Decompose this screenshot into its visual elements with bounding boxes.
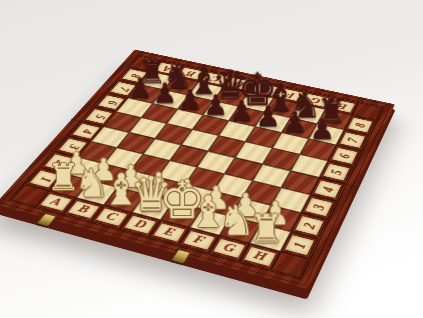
piece-black-pawn[interactable]: ♟ [254, 103, 282, 131]
file-label: H [252, 250, 269, 263]
file-label: B [76, 204, 92, 215]
rank-label: 8 [353, 122, 368, 128]
coordinate-plaque: 5 [86, 109, 112, 123]
rank-label: 7 [345, 137, 360, 144]
coordinate-plaque: C [96, 208, 127, 226]
file-label: D [132, 219, 149, 231]
brass-clasp-right-icon [171, 249, 191, 264]
file-label: G [221, 242, 237, 255]
coordinate-plaque: D [125, 216, 156, 234]
coordinate-plaque: 1 [285, 235, 314, 255]
rank-label: 5 [92, 113, 107, 119]
coordinate-plaque: 5 [323, 164, 349, 181]
coordinate-plaque: H [244, 247, 276, 266]
coordinate-plaque: 7 [340, 132, 365, 147]
file-label: F [191, 234, 207, 246]
piece-white-bishop[interactable]: ♝ [188, 189, 220, 233]
rank-label: 5 [329, 168, 345, 175]
file-label: C [104, 211, 120, 222]
piece-white-king[interactable]: ♚ [159, 174, 191, 225]
photo-backdrop: { "game": "chess", "scene": "Folding woo… [0, 0, 423, 318]
piece-white-rook[interactable]: ♜ [47, 159, 78, 196]
coordinate-plaque: 4 [315, 180, 342, 197]
rank-label: 3 [311, 203, 328, 211]
piece-black-pawn[interactable]: ♟ [281, 109, 309, 137]
file-label: A [48, 197, 64, 208]
piece-black-pawn[interactable]: ♟ [151, 80, 178, 107]
square-h4[interactable] [281, 171, 319, 195]
piece-white-queen[interactable]: ♛ [130, 172, 161, 219]
coordinate-plaque: 8 [348, 118, 372, 133]
rank-label-cell: 6 [94, 93, 128, 112]
rank-label: 4 [79, 128, 94, 135]
rank-label: 6 [337, 152, 353, 159]
piece-black-pawn[interactable]: ♟ [127, 75, 154, 102]
rank-label: 1 [291, 241, 308, 250]
piece-white-bishop[interactable]: ♝ [102, 168, 133, 211]
piece-black-pawn[interactable]: ♟ [202, 91, 230, 119]
coordinate-plaque: F [183, 231, 214, 250]
piece-black-pawn[interactable]: ♟ [308, 115, 337, 144]
coordinate-plaque: 3 [305, 198, 332, 216]
piece-black-pawn[interactable]: ♟ [176, 86, 204, 114]
rank-label: 6 [104, 99, 119, 105]
coordinate-plaque: G [214, 239, 245, 258]
piece-black-pawn[interactable]: ♟ [228, 97, 256, 125]
rank-label: 4 [320, 185, 336, 193]
file-label: E [162, 226, 178, 238]
board-grid: ABCDEFGH8♜♞♝♛♚♝♞♜87♟♟♟♟♟♟♟♟7665544332♟♟♟… [11, 56, 382, 278]
board-tilt-wrapper: ABCDEFGH8♜♞♝♛♚♝♞♜87♟♟♟♟♟♟♟♟7665544332♟♟♟… [0, 50, 395, 290]
coordinate-plaque: 2 [295, 216, 323, 235]
piece-white-knight[interactable]: ♞ [218, 200, 250, 241]
coordinate-plaque: 4 [73, 124, 100, 139]
brass-clasp-left-icon [37, 213, 57, 227]
piece-white-knight[interactable]: ♞ [74, 164, 105, 203]
coordinate-plaque: 6 [332, 148, 357, 164]
piece-white-rook[interactable]: ♜ [248, 210, 281, 249]
chess-board: ABCDEFGH8♜♞♝♛♚♝♞♜87♟♟♟♟♟♟♟♟7665544332♟♟♟… [0, 50, 395, 290]
rank-label: 2 [301, 221, 318, 229]
coordinate-plaque: E [154, 223, 185, 241]
